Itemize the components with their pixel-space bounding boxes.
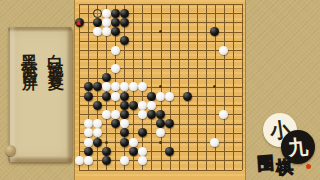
stone-white (84, 156, 93, 165)
stone-black (120, 128, 129, 137)
grid-line-vertical (179, 4, 180, 170)
stone-black (120, 138, 129, 147)
stone-white (102, 27, 111, 36)
stone-white (111, 82, 120, 91)
stone-black (120, 92, 129, 101)
grid-line-vertical (170, 4, 171, 170)
white-player-label: 白施襄夏 (46, 41, 65, 69)
stone-black (165, 147, 174, 156)
stone-black (111, 9, 120, 18)
star-point (159, 85, 162, 88)
stone-black (156, 110, 165, 119)
stone-white (84, 128, 93, 137)
stone-white (120, 119, 129, 128)
stone-white (84, 138, 93, 147)
stone-black (120, 101, 129, 110)
stone-white (120, 82, 129, 91)
stone-white (210, 138, 219, 147)
stone-white (138, 101, 147, 110)
stone-black (93, 101, 102, 110)
stone-white (93, 27, 102, 36)
stone-white (138, 147, 147, 156)
logo-outline-char-wei: 围 (256, 151, 275, 175)
stone-black (183, 92, 192, 101)
black-player-label: 黑范西屏 (20, 41, 39, 69)
stone-black (147, 92, 156, 101)
star-point (159, 30, 162, 33)
stone-black (102, 92, 111, 101)
go-board: ▲ (74, 0, 246, 180)
stone-white (84, 119, 93, 128)
stone-black (111, 119, 120, 128)
grid-line-vertical (233, 4, 234, 170)
stone-white (129, 138, 138, 147)
stone-black (165, 119, 174, 128)
stone-black (156, 119, 165, 128)
stone-black (129, 147, 138, 156)
stone-black (129, 101, 138, 110)
stone-black (120, 110, 129, 119)
stone-white (138, 110, 147, 119)
stone-white (129, 82, 138, 91)
stone-white (102, 18, 111, 27)
scroll-roller-knob (5, 145, 16, 156)
stone-white (102, 9, 111, 18)
stone-white (147, 101, 156, 110)
stone-white (102, 82, 111, 91)
stone-black (93, 138, 102, 147)
star-point (213, 85, 216, 88)
stone-black (84, 82, 93, 91)
grid-line-vertical (242, 4, 243, 170)
stone-black (138, 128, 147, 137)
stone-white (75, 156, 84, 165)
stone-white (111, 92, 120, 101)
grid-line-vertical (197, 4, 198, 170)
stone-white (102, 110, 111, 119)
stone-black (111, 18, 120, 27)
star-point (159, 141, 162, 144)
stone-black (93, 18, 102, 27)
stone-white (111, 110, 120, 119)
stone-white (156, 92, 165, 101)
stone-black (111, 27, 120, 36)
grid-line-vertical (188, 4, 189, 170)
stone-white (156, 128, 165, 137)
stone-white (93, 119, 102, 128)
stone-black (147, 110, 156, 119)
grid-line-horizontal (79, 170, 242, 171)
stone-white (165, 92, 174, 101)
grid-line-vertical (224, 4, 225, 170)
stone-white (120, 156, 129, 165)
grid-line-vertical (206, 4, 207, 170)
stone-white (138, 82, 147, 91)
video-frame: 白施襄夏 黑范西屏 ▲ 小 九 围 棋 (0, 0, 320, 180)
stone-white (111, 46, 120, 55)
stone-white (219, 46, 228, 55)
stone-white (111, 64, 120, 73)
logo-red-dot (306, 164, 311, 169)
player-scroll: 白施襄夏 黑范西屏 (8, 27, 72, 162)
stone-white (138, 156, 147, 165)
logo-outline-char-qi: 棋 (275, 155, 294, 179)
stone-black (84, 147, 93, 156)
stone-white (93, 128, 102, 137)
stone-black (120, 18, 129, 27)
stone-black (102, 156, 111, 165)
triangle-marker: ▲ (76, 19, 81, 25)
stone-black (120, 36, 129, 45)
stone-black (120, 9, 129, 18)
stone-black (102, 73, 111, 82)
star-point (105, 141, 108, 144)
stone-black (102, 147, 111, 156)
stone-black (210, 27, 219, 36)
stone-black (84, 92, 93, 101)
stone-white (219, 110, 228, 119)
stone-black (93, 82, 102, 91)
circle-marker (93, 9, 102, 18)
grid-line-horizontal (79, 105, 242, 106)
